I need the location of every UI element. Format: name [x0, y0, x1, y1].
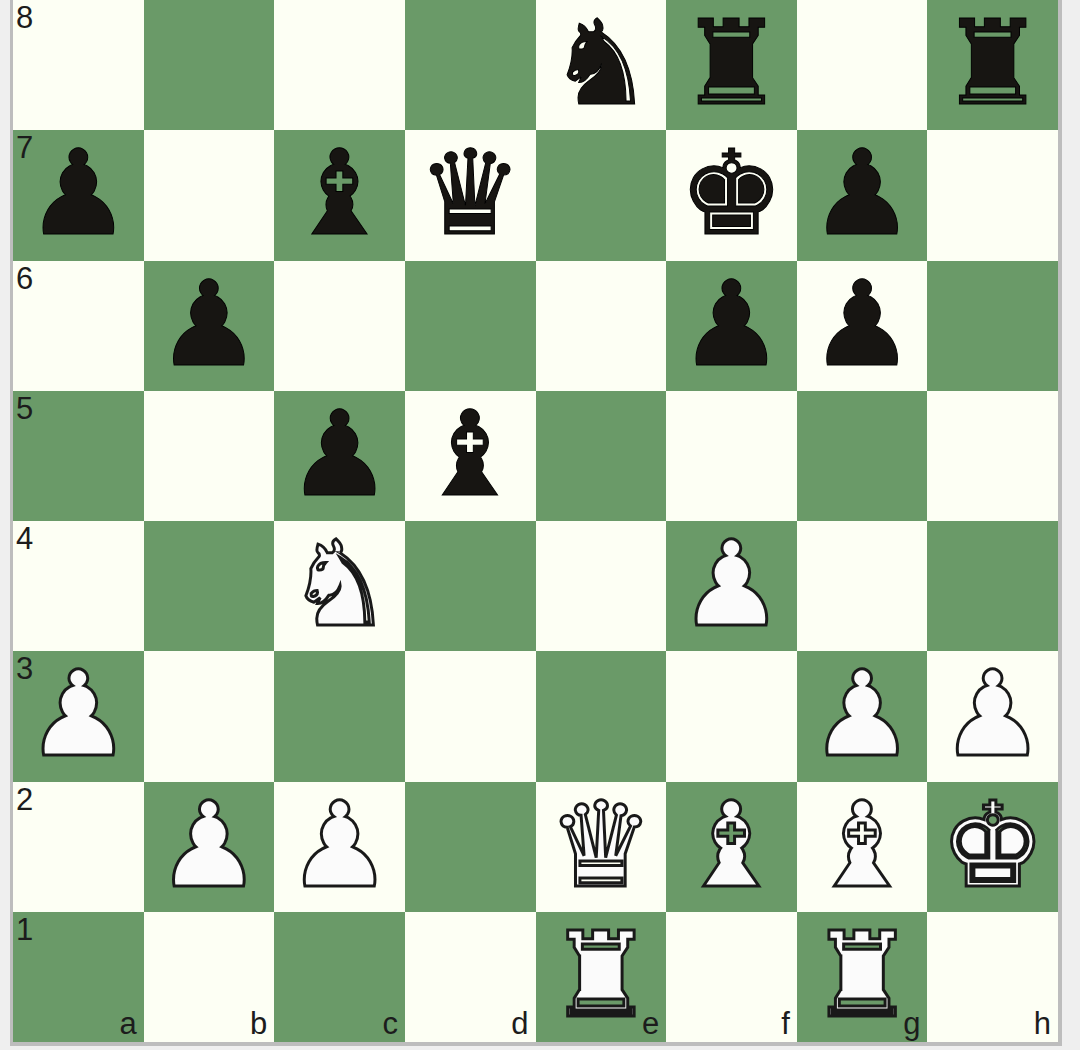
- square-c8[interactable]: [274, 0, 405, 130]
- square-b7[interactable]: [144, 130, 275, 260]
- square-h3[interactable]: ♟: [927, 651, 1058, 781]
- white-knight-c4[interactable]: ♞: [287, 525, 393, 643]
- square-c2[interactable]: ♟: [274, 782, 405, 912]
- square-f1[interactable]: f: [666, 912, 797, 1042]
- square-b6[interactable]: ♟: [144, 261, 275, 391]
- square-e1[interactable]: e♜: [536, 912, 667, 1042]
- square-h2[interactable]: ♚: [927, 782, 1058, 912]
- black-pawn-b6[interactable]: ♟: [156, 265, 262, 383]
- square-g7[interactable]: ♟: [797, 130, 928, 260]
- square-c1[interactable]: c: [274, 912, 405, 1042]
- black-bishop-c7[interactable]: ♝: [287, 134, 393, 252]
- white-queen-e2[interactable]: ♛: [548, 786, 654, 904]
- square-f8[interactable]: ♜: [666, 0, 797, 130]
- square-h4[interactable]: [927, 521, 1058, 651]
- square-f6[interactable]: ♟: [666, 261, 797, 391]
- square-f3[interactable]: [666, 651, 797, 781]
- square-f7[interactable]: ♚: [666, 130, 797, 260]
- square-h7[interactable]: [927, 130, 1058, 260]
- square-f2[interactable]: ♝: [666, 782, 797, 912]
- square-g6[interactable]: ♟: [797, 261, 928, 391]
- square-h5[interactable]: [927, 391, 1058, 521]
- square-d7[interactable]: ♛: [405, 130, 536, 260]
- black-rook-f8[interactable]: ♜: [679, 4, 785, 122]
- white-rook-e1[interactable]: ♜: [548, 916, 654, 1034]
- square-d8[interactable]: [405, 0, 536, 130]
- rank-label-5: 5: [16, 392, 33, 426]
- square-c4[interactable]: ♞: [274, 521, 405, 651]
- white-pawn-g3[interactable]: ♟: [809, 655, 915, 773]
- file-label-a: a: [119, 1007, 136, 1041]
- square-g4[interactable]: [797, 521, 928, 651]
- square-h8[interactable]: ♜: [927, 0, 1058, 130]
- square-a2[interactable]: 2: [13, 782, 144, 912]
- rank-label-4: 4: [16, 522, 33, 556]
- square-f4[interactable]: ♟: [666, 521, 797, 651]
- white-pawn-f4[interactable]: ♟: [679, 525, 785, 643]
- square-e2[interactable]: ♛: [536, 782, 667, 912]
- chess-board-frame: 8♞♜♜7♟♝♛♚♟6♟♟♟5♟♝4♞♟3♟♟♟2♟♟♛♝♝♚1abcde♜fg…: [10, 0, 1062, 1046]
- file-label-d: d: [511, 1007, 528, 1041]
- square-g1[interactable]: g♜: [797, 912, 928, 1042]
- square-d2[interactable]: [405, 782, 536, 912]
- black-pawn-c5[interactable]: ♟: [287, 395, 393, 513]
- square-d5[interactable]: ♝: [405, 391, 536, 521]
- square-e3[interactable]: [536, 651, 667, 781]
- square-h1[interactable]: h: [927, 912, 1058, 1042]
- black-bishop-d5[interactable]: ♝: [417, 395, 523, 513]
- square-a3[interactable]: 3♟: [13, 651, 144, 781]
- white-pawn-h3[interactable]: ♟: [940, 655, 1046, 773]
- white-king-h2[interactable]: ♚: [940, 786, 1046, 904]
- square-a7[interactable]: 7♟: [13, 130, 144, 260]
- square-b1[interactable]: b: [144, 912, 275, 1042]
- square-a4[interactable]: 4: [13, 521, 144, 651]
- white-bishop-f2[interactable]: ♝: [679, 786, 785, 904]
- square-a5[interactable]: 5: [13, 391, 144, 521]
- file-label-c: c: [382, 1007, 398, 1041]
- file-label-b: b: [250, 1007, 267, 1041]
- square-b3[interactable]: [144, 651, 275, 781]
- white-bishop-g2[interactable]: ♝: [809, 786, 915, 904]
- square-a6[interactable]: 6: [13, 261, 144, 391]
- black-queen-d7[interactable]: ♛: [417, 134, 523, 252]
- square-b2[interactable]: ♟: [144, 782, 275, 912]
- white-pawn-a3[interactable]: ♟: [25, 655, 131, 773]
- square-d4[interactable]: [405, 521, 536, 651]
- square-a8[interactable]: 8: [13, 0, 144, 130]
- chess-board: 8♞♜♜7♟♝♛♚♟6♟♟♟5♟♝4♞♟3♟♟♟2♟♟♛♝♝♚1abcde♜fg…: [13, 0, 1058, 1042]
- square-d6[interactable]: [405, 261, 536, 391]
- file-label-h: h: [1034, 1007, 1051, 1041]
- square-a1[interactable]: 1a: [13, 912, 144, 1042]
- rank-label-1: 1: [16, 913, 33, 947]
- square-c7[interactable]: ♝: [274, 130, 405, 260]
- white-pawn-b2[interactable]: ♟: [156, 786, 262, 904]
- rank-label-2: 2: [16, 783, 33, 817]
- white-rook-g1[interactable]: ♜: [809, 916, 915, 1034]
- square-g5[interactable]: [797, 391, 928, 521]
- square-b8[interactable]: [144, 0, 275, 130]
- square-e4[interactable]: [536, 521, 667, 651]
- square-d1[interactable]: d: [405, 912, 536, 1042]
- square-g3[interactable]: ♟: [797, 651, 928, 781]
- black-pawn-f6[interactable]: ♟: [679, 265, 785, 383]
- square-e6[interactable]: [536, 261, 667, 391]
- white-pawn-c2[interactable]: ♟: [287, 786, 393, 904]
- square-g2[interactable]: ♝: [797, 782, 928, 912]
- square-f5[interactable]: [666, 391, 797, 521]
- square-g8[interactable]: [797, 0, 928, 130]
- square-d3[interactable]: [405, 651, 536, 781]
- black-pawn-g7[interactable]: ♟: [809, 134, 915, 252]
- black-pawn-g6[interactable]: ♟: [809, 265, 915, 383]
- square-e5[interactable]: [536, 391, 667, 521]
- square-e8[interactable]: ♞: [536, 0, 667, 130]
- black-pawn-a7[interactable]: ♟: [25, 134, 131, 252]
- square-c6[interactable]: [274, 261, 405, 391]
- square-b5[interactable]: [144, 391, 275, 521]
- file-label-f: f: [781, 1007, 790, 1041]
- square-c3[interactable]: [274, 651, 405, 781]
- black-knight-e8[interactable]: ♞: [548, 4, 654, 122]
- square-h6[interactable]: [927, 261, 1058, 391]
- square-b4[interactable]: [144, 521, 275, 651]
- rank-label-6: 6: [16, 262, 33, 296]
- rank-label-8: 8: [16, 1, 33, 35]
- black-king-f7[interactable]: ♚: [679, 134, 785, 252]
- square-e7[interactable]: [536, 130, 667, 260]
- black-rook-h8[interactable]: ♜: [940, 4, 1046, 122]
- square-c5[interactable]: ♟: [274, 391, 405, 521]
